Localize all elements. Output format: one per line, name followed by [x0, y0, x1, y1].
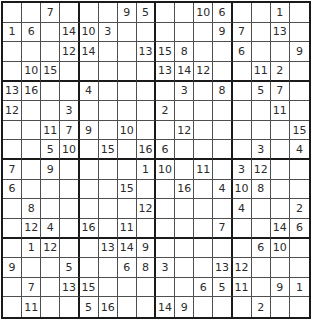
cell-r1c8-given[interactable]: 5 [137, 3, 156, 23]
cell-r15c9-empty[interactable] [156, 278, 175, 298]
cell-r7c12-empty[interactable] [213, 121, 232, 141]
cell-r4c2-given[interactable]: 10 [22, 62, 41, 82]
cell-r4c1-empty[interactable] [3, 62, 22, 82]
cell-r13c16-empty[interactable] [290, 239, 309, 259]
cell-r5c10-given[interactable]: 3 [175, 82, 194, 102]
cell-r12c13-empty[interactable] [233, 219, 252, 239]
cell-r10c7-given[interactable]: 15 [118, 180, 137, 200]
cell-r11c6-empty[interactable] [99, 199, 118, 219]
cell-r4c13-empty[interactable] [233, 62, 252, 82]
cell-r10c5-empty[interactable] [80, 180, 99, 200]
cell-r3c2-empty[interactable] [22, 42, 41, 62]
cell-r10c14-given[interactable]: 8 [252, 180, 271, 200]
cell-r16c12-empty[interactable] [213, 297, 232, 317]
cell-r13c13-empty[interactable] [233, 239, 252, 259]
cell-r14c11-empty[interactable] [194, 258, 213, 278]
cell-r6c3-empty[interactable] [41, 101, 60, 121]
cell-r4c9-given[interactable]: 13 [156, 62, 175, 82]
cell-r2c7-empty[interactable] [118, 23, 137, 43]
cell-r6c2-empty[interactable] [22, 101, 41, 121]
cell-r10c1-given[interactable]: 6 [3, 180, 22, 200]
cell-r12c2-given[interactable]: 12 [22, 219, 41, 239]
cell-r7c16-given[interactable]: 15 [290, 121, 309, 141]
cell-r9c11-given[interactable]: 11 [194, 160, 213, 180]
cell-r9c3-given[interactable]: 9 [41, 160, 60, 180]
cell-r1c6-empty[interactable] [99, 3, 118, 23]
cell-r5c15-given[interactable]: 7 [271, 82, 290, 102]
cell-r8c12-empty[interactable] [213, 140, 232, 160]
cell-r13c6-given[interactable]: 13 [99, 239, 118, 259]
cell-r6c1-given[interactable]: 12 [3, 101, 22, 121]
cell-r3c15-empty[interactable] [271, 42, 290, 62]
cell-r1c1-empty[interactable] [3, 3, 22, 23]
cell-r11c8-given[interactable]: 12 [137, 199, 156, 219]
cell-r14c2-empty[interactable] [22, 258, 41, 278]
cell-r7c7-given[interactable]: 10 [118, 121, 137, 141]
cell-r7c5-given[interactable]: 9 [80, 121, 99, 141]
cell-r14c13-given[interactable]: 12 [233, 258, 252, 278]
cell-r8c14-given[interactable]: 3 [252, 140, 271, 160]
cell-r11c10-empty[interactable] [175, 199, 194, 219]
cell-r2c12-given[interactable]: 9 [213, 23, 232, 43]
cell-r7c4-given[interactable]: 7 [60, 121, 79, 141]
cell-r12c3-given[interactable]: 4 [41, 219, 60, 239]
cell-r1c5-empty[interactable] [80, 3, 99, 23]
cell-r16c1-empty[interactable] [3, 297, 22, 317]
cell-r12c11-empty[interactable] [194, 219, 213, 239]
cell-r3c10-given[interactable]: 8 [175, 42, 194, 62]
cell-r15c13-given[interactable]: 11 [233, 278, 252, 298]
cell-r16c15-empty[interactable] [271, 297, 290, 317]
cell-r10c10-given[interactable]: 16 [175, 180, 194, 200]
cell-r3c5-given[interactable]: 14 [80, 42, 99, 62]
cell-r1c15-given[interactable]: 1 [271, 3, 290, 23]
cell-r1c3-given[interactable]: 7 [41, 3, 60, 23]
cell-r9c16-empty[interactable] [290, 160, 309, 180]
cell-r2c5-given[interactable]: 10 [80, 23, 99, 43]
cell-r13c4-empty[interactable] [60, 239, 79, 259]
cell-r6c4-given[interactable]: 3 [60, 101, 79, 121]
cell-r5c11-empty[interactable] [194, 82, 213, 102]
cell-r12c4-empty[interactable] [60, 219, 79, 239]
cell-r3c4-given[interactable]: 12 [60, 42, 79, 62]
cell-r14c14-empty[interactable] [252, 258, 271, 278]
cell-r5c16-empty[interactable] [290, 82, 309, 102]
cell-r5c3-empty[interactable] [41, 82, 60, 102]
cell-r10c9-empty[interactable] [156, 180, 175, 200]
cell-r10c6-empty[interactable] [99, 180, 118, 200]
cell-r15c7-empty[interactable] [118, 278, 137, 298]
cell-r1c11-given[interactable]: 10 [194, 3, 213, 23]
cell-r3c9-given[interactable]: 15 [156, 42, 175, 62]
cell-r5c1-given[interactable]: 13 [3, 82, 22, 102]
cell-r4c14-given[interactable]: 11 [252, 62, 271, 82]
cell-r15c5-given[interactable]: 15 [80, 278, 99, 298]
cell-r5c14-given[interactable]: 5 [252, 82, 271, 102]
cell-r9c13-given[interactable]: 3 [233, 160, 252, 180]
cell-r8c15-empty[interactable] [271, 140, 290, 160]
cell-r6c13-empty[interactable] [233, 101, 252, 121]
cell-r16c3-empty[interactable] [41, 297, 60, 317]
cell-r16c9-given[interactable]: 14 [156, 297, 175, 317]
cell-r3c7-empty[interactable] [118, 42, 137, 62]
cell-r1c4-empty[interactable] [60, 3, 79, 23]
cell-r4c8-empty[interactable] [137, 62, 156, 82]
cell-r16c8-empty[interactable] [137, 297, 156, 317]
cell-r11c5-empty[interactable] [80, 199, 99, 219]
cell-r3c8-given[interactable]: 13 [137, 42, 156, 62]
cell-r8c1-empty[interactable] [3, 140, 22, 160]
cell-r2c8-empty[interactable] [137, 23, 156, 43]
cell-r15c2-given[interactable]: 7 [22, 278, 41, 298]
cell-r14c1-given[interactable]: 9 [3, 258, 22, 278]
cell-r7c1-empty[interactable] [3, 121, 22, 141]
cell-r5c2-given[interactable]: 16 [22, 82, 41, 102]
cell-r1c16-empty[interactable] [290, 3, 309, 23]
cell-r15c10-empty[interactable] [175, 278, 194, 298]
cell-r15c6-empty[interactable] [99, 278, 118, 298]
cell-r6c15-given[interactable]: 11 [271, 101, 290, 121]
cell-r15c4-given[interactable]: 13 [60, 278, 79, 298]
cell-r15c8-empty[interactable] [137, 278, 156, 298]
cell-r14c5-empty[interactable] [80, 258, 99, 278]
cell-r10c15-empty[interactable] [271, 180, 290, 200]
cell-r5c9-empty[interactable] [156, 82, 175, 102]
cell-r1c13-empty[interactable] [233, 3, 252, 23]
cell-r8c9-given[interactable]: 6 [156, 140, 175, 160]
cell-r8c4-given[interactable]: 10 [60, 140, 79, 160]
cell-r4c16-empty[interactable] [290, 62, 309, 82]
cell-r14c12-given[interactable]: 13 [213, 258, 232, 278]
cell-r6c12-empty[interactable] [213, 101, 232, 121]
cell-r11c12-empty[interactable] [213, 199, 232, 219]
cell-r11c7-empty[interactable] [118, 199, 137, 219]
cell-r2c9-empty[interactable] [156, 23, 175, 43]
cell-r4c6-empty[interactable] [99, 62, 118, 82]
cell-r11c14-empty[interactable] [252, 199, 271, 219]
cell-r16c10-given[interactable]: 9 [175, 297, 194, 317]
cell-r12c1-empty[interactable] [3, 219, 22, 239]
cell-r4c4-empty[interactable] [60, 62, 79, 82]
cell-r15c12-given[interactable]: 5 [213, 278, 232, 298]
cell-r2c3-empty[interactable] [41, 23, 60, 43]
cell-r11c13-given[interactable]: 4 [233, 199, 252, 219]
cell-r14c10-empty[interactable] [175, 258, 194, 278]
cell-r11c4-empty[interactable] [60, 199, 79, 219]
cell-r16c14-given[interactable]: 2 [252, 297, 271, 317]
cell-r14c7-given[interactable]: 6 [118, 258, 137, 278]
cell-r7c15-empty[interactable] [271, 121, 290, 141]
cell-r6c9-given[interactable]: 2 [156, 101, 175, 121]
cell-r6c10-empty[interactable] [175, 101, 194, 121]
cell-r9c6-empty[interactable] [99, 160, 118, 180]
cell-r16c16-empty[interactable] [290, 297, 309, 317]
cell-r12c5-given[interactable]: 16 [80, 219, 99, 239]
cell-r11c9-empty[interactable] [156, 199, 175, 219]
cell-r9c4-empty[interactable] [60, 160, 79, 180]
cell-r4c3-given[interactable]: 15 [41, 62, 60, 82]
cell-r4c12-empty[interactable] [213, 62, 232, 82]
cell-r10c3-empty[interactable] [41, 180, 60, 200]
cell-r2c2-given[interactable]: 6 [22, 23, 41, 43]
cell-r15c1-empty[interactable] [3, 278, 22, 298]
cell-r14c4-given[interactable]: 5 [60, 258, 79, 278]
cell-r5c4-empty[interactable] [60, 82, 79, 102]
cell-r2c15-given[interactable]: 13 [271, 23, 290, 43]
cell-r9c9-given[interactable]: 10 [156, 160, 175, 180]
cell-r13c5-empty[interactable] [80, 239, 99, 259]
cell-r16c5-given[interactable]: 5 [80, 297, 99, 317]
cell-r6c6-empty[interactable] [99, 101, 118, 121]
cell-r15c15-given[interactable]: 9 [271, 278, 290, 298]
cell-r3c12-empty[interactable] [213, 42, 232, 62]
cell-r14c16-empty[interactable] [290, 258, 309, 278]
cell-r16c2-given[interactable]: 11 [22, 297, 41, 317]
cell-r13c8-given[interactable]: 9 [137, 239, 156, 259]
cell-r7c6-empty[interactable] [99, 121, 118, 141]
cell-r3c13-given[interactable]: 6 [233, 42, 252, 62]
cell-r13c15-given[interactable]: 10 [271, 239, 290, 259]
cell-r2c4-given[interactable]: 14 [60, 23, 79, 43]
cell-r5c6-empty[interactable] [99, 82, 118, 102]
cell-r12c14-empty[interactable] [252, 219, 271, 239]
cell-r4c15-given[interactable]: 2 [271, 62, 290, 82]
cell-r2c1-given[interactable]: 1 [3, 23, 22, 43]
cell-r10c11-empty[interactable] [194, 180, 213, 200]
cell-r14c9-given[interactable]: 3 [156, 258, 175, 278]
cell-r9c15-empty[interactable] [271, 160, 290, 180]
cell-r5c8-empty[interactable] [137, 82, 156, 102]
cell-r8c16-given[interactable]: 4 [290, 140, 309, 160]
cell-r5c7-empty[interactable] [118, 82, 137, 102]
cell-r13c7-given[interactable]: 14 [118, 239, 137, 259]
cell-r4c7-empty[interactable] [118, 62, 137, 82]
cell-r12c15-given[interactable]: 14 [271, 219, 290, 239]
cell-r14c15-empty[interactable] [271, 258, 290, 278]
cell-r7c2-empty[interactable] [22, 121, 41, 141]
cell-r1c10-empty[interactable] [175, 3, 194, 23]
cell-r6c5-empty[interactable] [80, 101, 99, 121]
cell-r7c8-empty[interactable] [137, 121, 156, 141]
puzzle-page: 7951061161410397131214131586910151314121… [0, 0, 312, 320]
cell-r11c2-given[interactable]: 8 [22, 199, 41, 219]
cell-r8c7-empty[interactable] [118, 140, 137, 160]
cell-r16c13-empty[interactable] [233, 297, 252, 317]
cell-r15c14-empty[interactable] [252, 278, 271, 298]
cell-r8c13-empty[interactable] [233, 140, 252, 160]
cell-r5c5-given[interactable]: 4 [80, 82, 99, 102]
cell-r6c7-empty[interactable] [118, 101, 137, 121]
cell-r1c9-empty[interactable] [156, 3, 175, 23]
cell-r4c10-given[interactable]: 14 [175, 62, 194, 82]
cell-r10c13-given[interactable]: 10 [233, 180, 252, 200]
cell-r10c4-empty[interactable] [60, 180, 79, 200]
cell-r13c10-empty[interactable] [175, 239, 194, 259]
cell-r1c14-empty[interactable] [252, 3, 271, 23]
cell-r12c9-empty[interactable] [156, 219, 175, 239]
cell-r13c12-empty[interactable] [213, 239, 232, 259]
cell-r3c6-empty[interactable] [99, 42, 118, 62]
cell-r8c8-given[interactable]: 16 [137, 140, 156, 160]
cell-r8c10-empty[interactable] [175, 140, 194, 160]
cell-r15c3-empty[interactable] [41, 278, 60, 298]
cell-r13c1-empty[interactable] [3, 239, 22, 259]
cell-r12c6-empty[interactable] [99, 219, 118, 239]
cell-r2c16-empty[interactable] [290, 23, 309, 43]
cell-r9c10-empty[interactable] [175, 160, 194, 180]
cell-r9c14-given[interactable]: 12 [252, 160, 271, 180]
cell-r9c7-empty[interactable] [118, 160, 137, 180]
cell-r9c5-empty[interactable] [80, 160, 99, 180]
cell-r13c2-given[interactable]: 1 [22, 239, 41, 259]
cell-r14c3-empty[interactable] [41, 258, 60, 278]
cell-r10c8-empty[interactable] [137, 180, 156, 200]
cell-r6c11-empty[interactable] [194, 101, 213, 121]
cell-r12c8-empty[interactable] [137, 219, 156, 239]
cell-r9c1-given[interactable]: 7 [3, 160, 22, 180]
cell-r2c13-given[interactable]: 7 [233, 23, 252, 43]
cell-r11c3-empty[interactable] [41, 199, 60, 219]
cell-r3c3-empty[interactable] [41, 42, 60, 62]
cell-r8c2-empty[interactable] [22, 140, 41, 160]
cell-r12c10-empty[interactable] [175, 219, 194, 239]
cell-r15c11-given[interactable]: 6 [194, 278, 213, 298]
cell-r10c12-given[interactable]: 4 [213, 180, 232, 200]
cell-r6c14-empty[interactable] [252, 101, 271, 121]
cell-r1c2-empty[interactable] [22, 3, 41, 23]
cell-r8c5-empty[interactable] [80, 140, 99, 160]
cell-r11c11-empty[interactable] [194, 199, 213, 219]
cell-r12c12-given[interactable]: 7 [213, 219, 232, 239]
cell-r3c14-empty[interactable] [252, 42, 271, 62]
cell-r9c8-given[interactable]: 1 [137, 160, 156, 180]
cell-r3c1-empty[interactable] [3, 42, 22, 62]
cell-r1c12-given[interactable]: 6 [213, 3, 232, 23]
cell-r13c9-empty[interactable] [156, 239, 175, 259]
cell-r13c3-given[interactable]: 12 [41, 239, 60, 259]
cell-r3c11-empty[interactable] [194, 42, 213, 62]
cell-r8c6-given[interactable]: 15 [99, 140, 118, 160]
cell-r7c14-empty[interactable] [252, 121, 271, 141]
cell-r7c9-empty[interactable] [156, 121, 175, 141]
cell-r6c16-empty[interactable] [290, 101, 309, 121]
cell-r16c7-empty[interactable] [118, 297, 137, 317]
cell-r7c3-given[interactable]: 11 [41, 121, 60, 141]
cell-r6c8-empty[interactable] [137, 101, 156, 121]
cell-r13c11-empty[interactable] [194, 239, 213, 259]
cell-r11c16-given[interactable]: 2 [290, 199, 309, 219]
cell-r14c8-given[interactable]: 8 [137, 258, 156, 278]
cell-r16c4-empty[interactable] [60, 297, 79, 317]
cell-r10c2-empty[interactable] [22, 180, 41, 200]
cell-r4c11-given[interactable]: 12 [194, 62, 213, 82]
cell-r2c11-empty[interactable] [194, 23, 213, 43]
cell-r16c6-given[interactable]: 16 [99, 297, 118, 317]
cell-r9c12-empty[interactable] [213, 160, 232, 180]
cell-r2c6-given[interactable]: 3 [99, 23, 118, 43]
cell-r10c16-empty[interactable] [290, 180, 309, 200]
cell-r5c13-empty[interactable] [233, 82, 252, 102]
cell-r2c10-empty[interactable] [175, 23, 194, 43]
cell-r13c14-given[interactable]: 6 [252, 239, 271, 259]
cell-r3c16-given[interactable]: 9 [290, 42, 309, 62]
cell-r7c11-empty[interactable] [194, 121, 213, 141]
cell-r7c13-empty[interactable] [233, 121, 252, 141]
cell-r15c16-given[interactable]: 1 [290, 278, 309, 298]
cell-r8c11-empty[interactable] [194, 140, 213, 160]
sudoku-board: 7951061161410397131214131586910151314121… [1, 1, 311, 319]
cell-r16c11-empty[interactable] [194, 297, 213, 317]
cell-r9c2-empty[interactable] [22, 160, 41, 180]
cell-r14c6-empty[interactable] [99, 258, 118, 278]
cell-r7c10-given[interactable]: 12 [175, 121, 194, 141]
cell-r11c1-empty[interactable] [3, 199, 22, 219]
cell-r8c3-given[interactable]: 5 [41, 140, 60, 160]
cell-r2c14-empty[interactable] [252, 23, 271, 43]
cell-r1c7-given[interactable]: 9 [118, 3, 137, 23]
cell-r11c15-empty[interactable] [271, 199, 290, 219]
cell-r5c12-given[interactable]: 8 [213, 82, 232, 102]
cell-r12c16-given[interactable]: 6 [290, 219, 309, 239]
cell-r4c5-empty[interactable] [80, 62, 99, 82]
cell-r12c7-given[interactable]: 11 [118, 219, 137, 239]
